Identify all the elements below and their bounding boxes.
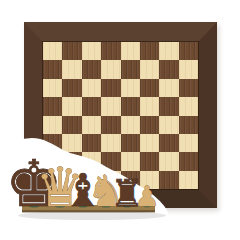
product-image[interactable]: ♚ ♛ ♝ ♞ ♜ ♟ <box>0 0 240 240</box>
inset-piece-light-pawn: ♟ <box>134 180 159 213</box>
pieces-inset: ♚ ♛ ♝ ♞ ♜ ♟ <box>0 0 240 240</box>
